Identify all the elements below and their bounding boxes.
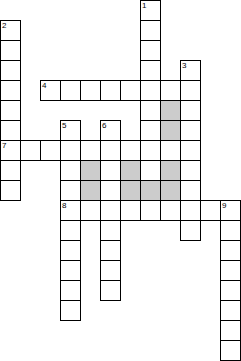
empty-cell[interactable] bbox=[100, 220, 121, 241]
shaded-cell bbox=[160, 180, 181, 201]
empty-cell[interactable] bbox=[0, 100, 21, 121]
empty-cell[interactable] bbox=[60, 300, 81, 321]
clue-number-3: 3 bbox=[182, 62, 186, 70]
empty-cell[interactable] bbox=[220, 220, 241, 241]
empty-cell[interactable] bbox=[0, 160, 21, 181]
empty-cell[interactable] bbox=[100, 280, 121, 301]
empty-cell[interactable] bbox=[80, 80, 101, 101]
shaded-cell bbox=[160, 160, 181, 181]
empty-cell[interactable] bbox=[0, 80, 21, 101]
empty-cell[interactable] bbox=[60, 160, 81, 181]
empty-cell[interactable] bbox=[140, 20, 161, 41]
empty-cell[interactable] bbox=[180, 200, 201, 221]
empty-cell[interactable] bbox=[60, 180, 81, 201]
shaded-cell bbox=[160, 120, 181, 141]
empty-cell[interactable] bbox=[200, 200, 221, 221]
empty-cell[interactable] bbox=[140, 200, 161, 221]
empty-cell[interactable] bbox=[100, 160, 121, 181]
empty-cell[interactable] bbox=[0, 40, 21, 61]
empty-cell[interactable] bbox=[60, 220, 81, 241]
clue-number-8: 8 bbox=[62, 202, 66, 210]
empty-cell[interactable] bbox=[60, 140, 81, 161]
empty-cell[interactable] bbox=[140, 100, 161, 121]
shaded-cell bbox=[140, 180, 161, 201]
empty-cell[interactable] bbox=[220, 300, 241, 321]
empty-cell[interactable] bbox=[180, 80, 201, 101]
empty-cell[interactable] bbox=[220, 320, 241, 341]
empty-cell[interactable] bbox=[180, 220, 201, 241]
clue-number-5: 5 bbox=[62, 122, 66, 130]
crossword-board: 123456789 bbox=[0, 0, 241, 361]
empty-cell[interactable] bbox=[140, 60, 161, 81]
empty-cell[interactable] bbox=[140, 160, 161, 181]
empty-cell[interactable] bbox=[60, 240, 81, 261]
empty-cell[interactable] bbox=[0, 180, 21, 201]
empty-cell[interactable] bbox=[60, 80, 81, 101]
empty-cell[interactable] bbox=[20, 140, 41, 161]
empty-cell[interactable] bbox=[180, 120, 201, 141]
empty-cell[interactable] bbox=[0, 60, 21, 81]
empty-cell[interactable] bbox=[140, 120, 161, 141]
empty-cell[interactable] bbox=[100, 260, 121, 281]
empty-cell[interactable] bbox=[180, 180, 201, 201]
clue-number-9: 9 bbox=[222, 202, 226, 210]
empty-cell[interactable] bbox=[100, 200, 121, 221]
empty-cell[interactable] bbox=[220, 260, 241, 281]
clue-number-6: 6 bbox=[102, 122, 106, 130]
shaded-cell bbox=[120, 180, 141, 201]
empty-cell[interactable] bbox=[40, 140, 61, 161]
empty-cell[interactable] bbox=[120, 200, 141, 221]
clue-number-1: 1 bbox=[142, 2, 146, 10]
empty-cell[interactable] bbox=[0, 120, 21, 141]
empty-cell[interactable] bbox=[140, 80, 161, 101]
empty-cell[interactable] bbox=[60, 280, 81, 301]
empty-cell[interactable] bbox=[120, 140, 141, 161]
empty-cell[interactable] bbox=[60, 260, 81, 281]
clue-number-2: 2 bbox=[2, 22, 6, 30]
empty-cell[interactable] bbox=[100, 80, 121, 101]
empty-cell[interactable] bbox=[180, 160, 201, 181]
shaded-cell bbox=[120, 160, 141, 181]
shaded-cell bbox=[160, 100, 181, 121]
empty-cell[interactable] bbox=[100, 140, 121, 161]
empty-cell[interactable] bbox=[100, 240, 121, 261]
shaded-cell bbox=[80, 160, 101, 181]
shaded-cell bbox=[80, 180, 101, 201]
empty-cell[interactable] bbox=[220, 280, 241, 301]
empty-cell[interactable] bbox=[160, 80, 181, 101]
empty-cell[interactable] bbox=[100, 180, 121, 201]
empty-cell[interactable] bbox=[140, 140, 161, 161]
empty-cell[interactable] bbox=[180, 100, 201, 121]
clue-number-7: 7 bbox=[2, 142, 6, 150]
empty-cell[interactable] bbox=[220, 240, 241, 261]
empty-cell[interactable] bbox=[80, 200, 101, 221]
empty-cell[interactable] bbox=[180, 140, 201, 161]
empty-cell[interactable] bbox=[120, 80, 141, 101]
empty-cell[interactable] bbox=[80, 140, 101, 161]
empty-cell[interactable] bbox=[160, 140, 181, 161]
empty-cell[interactable] bbox=[140, 40, 161, 61]
empty-cell[interactable] bbox=[220, 340, 241, 361]
empty-cell[interactable] bbox=[160, 200, 181, 221]
clue-number-4: 4 bbox=[42, 82, 46, 90]
